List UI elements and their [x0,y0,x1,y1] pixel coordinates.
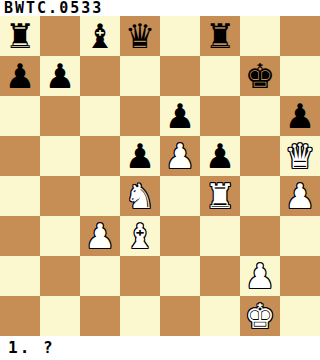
black-queen-icon: ♛ [125,16,155,56]
square-b2[interactable] [40,256,80,296]
square-c5[interactable] [80,136,120,176]
square-a2[interactable] [0,256,40,296]
black-bishop-icon: ♝ [85,16,115,56]
black-rook-icon: ♜ [5,16,35,56]
white-pawn-icon: ♟ [85,216,115,256]
square-a1[interactable] [0,296,40,336]
white-king-icon: ♚ [245,296,275,336]
puzzle-title: BWTC.0533 [0,0,320,16]
square-e2[interactable] [160,256,200,296]
square-g3[interactable] [240,216,280,256]
square-a3[interactable] [0,216,40,256]
move-prompt: 1. ? [0,336,320,360]
square-f7[interactable] [200,56,240,96]
square-e4[interactable] [160,176,200,216]
white-knight-icon: ♞ [125,176,155,216]
square-g8[interactable] [240,16,280,56]
square-h4[interactable]: ♟ [280,176,320,216]
square-h5[interactable]: ♛ [280,136,320,176]
square-d5[interactable]: ♟ [120,136,160,176]
square-f8[interactable]: ♜ [200,16,240,56]
square-f2[interactable] [200,256,240,296]
square-d8[interactable]: ♛ [120,16,160,56]
square-g6[interactable] [240,96,280,136]
black-king-icon: ♚ [245,56,275,96]
square-d7[interactable] [120,56,160,96]
square-d4[interactable]: ♞ [120,176,160,216]
black-pawn-icon: ♟ [165,96,195,136]
square-b5[interactable] [40,136,80,176]
square-g7[interactable]: ♚ [240,56,280,96]
square-g1[interactable]: ♚ [240,296,280,336]
square-b3[interactable] [40,216,80,256]
square-h6[interactable]: ♟ [280,96,320,136]
square-e5[interactable]: ♟ [160,136,200,176]
square-b4[interactable] [40,176,80,216]
square-e3[interactable] [160,216,200,256]
square-g5[interactable] [240,136,280,176]
black-pawn-icon: ♟ [125,136,155,176]
white-bishop-icon: ♝ [125,216,155,256]
black-pawn-icon: ♟ [285,96,315,136]
square-d3[interactable]: ♝ [120,216,160,256]
square-c3[interactable]: ♟ [80,216,120,256]
white-pawn-icon: ♟ [245,256,275,296]
square-b8[interactable] [40,16,80,56]
chess-board: ♜♝♛♜♟♟♚♟♟♟♟♟♛♞♜♟♟♝♟♚ [0,16,320,336]
square-f4[interactable]: ♜ [200,176,240,216]
square-f6[interactable] [200,96,240,136]
square-h1[interactable] [280,296,320,336]
square-e8[interactable] [160,16,200,56]
square-a7[interactable]: ♟ [0,56,40,96]
square-h8[interactable] [280,16,320,56]
square-c4[interactable] [80,176,120,216]
square-d6[interactable] [120,96,160,136]
square-g2[interactable]: ♟ [240,256,280,296]
white-rook-icon: ♜ [205,176,235,216]
square-c8[interactable]: ♝ [80,16,120,56]
square-h7[interactable] [280,56,320,96]
square-b1[interactable] [40,296,80,336]
black-pawn-icon: ♟ [205,136,235,176]
white-pawn-icon: ♟ [285,176,315,216]
white-queen-icon: ♛ [285,136,315,176]
square-e1[interactable] [160,296,200,336]
square-c1[interactable] [80,296,120,336]
square-f3[interactable] [200,216,240,256]
square-b7[interactable]: ♟ [40,56,80,96]
white-pawn-icon: ♟ [165,136,195,176]
square-f1[interactable] [200,296,240,336]
square-a4[interactable] [0,176,40,216]
square-c2[interactable] [80,256,120,296]
chess-app-window: BWTC.0533 ♜♝♛♜♟♟♚♟♟♟♟♟♛♞♜♟♟♝♟♚ 1. ? [0,0,320,360]
square-g4[interactable] [240,176,280,216]
square-b6[interactable] [40,96,80,136]
square-f5[interactable]: ♟ [200,136,240,176]
black-pawn-icon: ♟ [45,56,75,96]
square-h2[interactable] [280,256,320,296]
square-e6[interactable]: ♟ [160,96,200,136]
square-c6[interactable] [80,96,120,136]
square-d1[interactable] [120,296,160,336]
square-a6[interactable] [0,96,40,136]
square-e7[interactable] [160,56,200,96]
black-pawn-icon: ♟ [5,56,35,96]
square-d2[interactable] [120,256,160,296]
square-c7[interactable] [80,56,120,96]
square-a8[interactable]: ♜ [0,16,40,56]
square-h3[interactable] [280,216,320,256]
square-a5[interactable] [0,136,40,176]
black-rook-icon: ♜ [205,16,235,56]
